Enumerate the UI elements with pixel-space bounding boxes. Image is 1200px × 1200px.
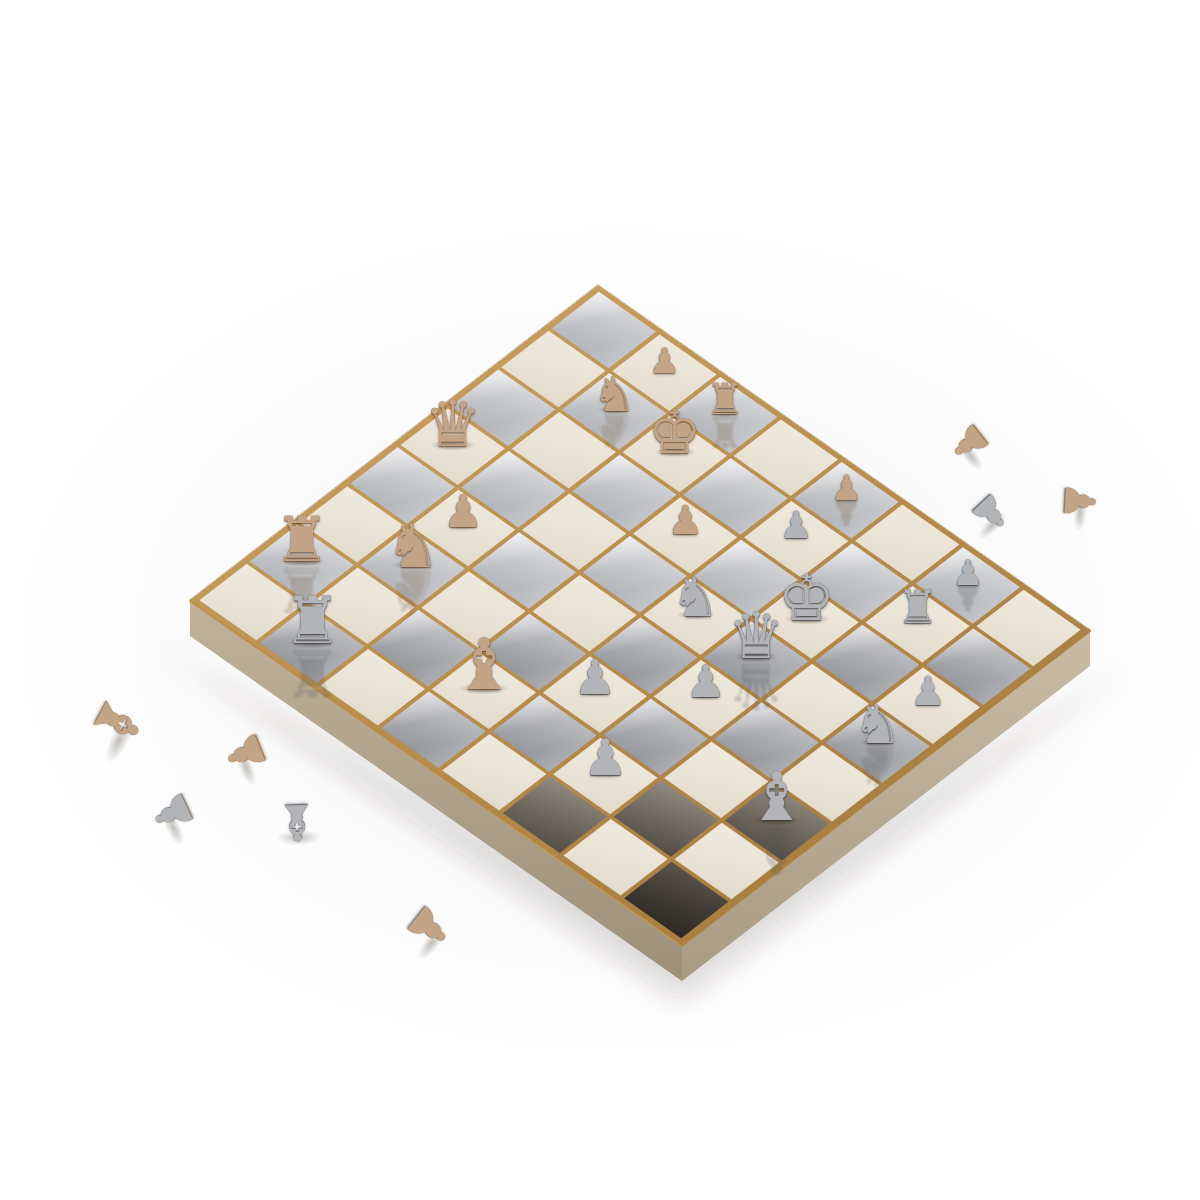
wood-bishop-d2[interactable]: ♝ bbox=[452, 630, 515, 701]
silver-knight-e5[interactable]: ♞ bbox=[671, 570, 720, 624]
wood-king-c7[interactable]: ♚ bbox=[648, 402, 702, 462]
wood-pawn-b4[interactable]: ♟ bbox=[443, 489, 484, 534]
wood-pawn-d6[interactable]: ♟ bbox=[667, 501, 703, 541]
silver-pawn-e3[interactable]: ♟ bbox=[573, 653, 616, 701]
silver-pawn-h6[interactable]: ♟ bbox=[910, 671, 946, 711]
wood-knight-b7[interactable]: ♞ bbox=[593, 370, 636, 418]
silver-rook-g7[interactable]: ♜ bbox=[897, 585, 938, 631]
silver-pawn-g8[interactable]: ♟ bbox=[952, 555, 983, 590]
silver-king-f6[interactable]: ♚ bbox=[778, 565, 836, 629]
silver-queen-f5[interactable]: ♛ bbox=[727, 604, 784, 668]
silver-knight-h5[interactable]: ♞ bbox=[853, 698, 902, 752]
wood-queen-a5[interactable]: ♛ bbox=[424, 392, 481, 456]
fallen-silver-bishop-left[interactable]: ♝ bbox=[274, 796, 321, 848]
silver-pawn-f2[interactable]: ♟ bbox=[583, 733, 628, 783]
silver-bishop-h3[interactable]: ♝ bbox=[747, 765, 807, 832]
product-photo-chess-scene: ♟♜♜♟♟♟♟♞♞♚♟♜♟♚♟♛♞♛♛♞♞♟♟♞♞♟♝♝♜♜♝♟♜♜♝♟♟♝♟♟… bbox=[0, 0, 1200, 1200]
wood-rook-a2[interactable]: ♜ bbox=[274, 510, 329, 572]
silver-rook-b1[interactable]: ♜ bbox=[283, 589, 341, 654]
wood-pawn-e8[interactable]: ♟ bbox=[831, 470, 862, 505]
wood-knight-b3[interactable]: ♞ bbox=[386, 514, 441, 575]
wood-rook-c8[interactable]: ♜ bbox=[706, 378, 744, 421]
wood-pawn-b8[interactable]: ♟ bbox=[649, 343, 680, 378]
fallen-wood-pawn-farright[interactable]: ♟ bbox=[1057, 481, 1101, 521]
silver-pawn-e7[interactable]: ♟ bbox=[779, 507, 813, 545]
silver-pawn-f4[interactable]: ♟ bbox=[686, 659, 727, 704]
